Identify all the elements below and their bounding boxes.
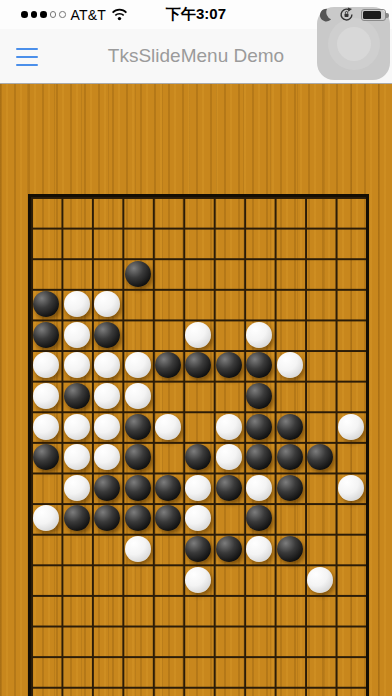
white-stone [307, 567, 333, 593]
white-stone [64, 291, 90, 317]
board-cell[interactable] [275, 228, 305, 259]
app-screen: TksSlideMenu Demo AT&T 下午3:07 [0, 0, 392, 696]
board-cell[interactable] [336, 626, 366, 657]
white-stone [64, 444, 90, 470]
board-cell[interactable] [305, 472, 335, 503]
board-cell[interactable] [122, 564, 152, 595]
board-cell[interactable] [183, 472, 213, 503]
board-cell[interactable] [122, 503, 152, 534]
board-cell[interactable] [305, 626, 335, 657]
board-cell[interactable] [275, 442, 305, 473]
board-cell[interactable] [122, 687, 152, 696]
board-cell[interactable] [305, 503, 335, 534]
black-stone [125, 261, 151, 287]
board-cell[interactable] [31, 534, 61, 565]
board-cell[interactable] [305, 228, 335, 259]
board-cell[interactable] [305, 381, 335, 412]
board-cell[interactable] [122, 472, 152, 503]
board-cell[interactable] [153, 381, 183, 412]
board-cell[interactable] [92, 411, 122, 442]
black-stone [125, 475, 151, 501]
board-cell[interactable] [336, 687, 366, 696]
board-cell[interactable] [214, 197, 244, 228]
board-cell[interactable] [214, 442, 244, 473]
black-stone [185, 536, 211, 562]
board-cell[interactable] [61, 534, 91, 565]
white-stone [94, 444, 120, 470]
board-cell[interactable] [92, 197, 122, 228]
board-cell[interactable] [305, 564, 335, 595]
white-stone [125, 352, 151, 378]
white-stone [216, 444, 242, 470]
board-cell[interactable] [336, 503, 366, 534]
board-cell[interactable] [122, 350, 152, 381]
board-cell[interactable] [214, 626, 244, 657]
board-cell[interactable] [92, 472, 122, 503]
board-cell[interactable] [275, 626, 305, 657]
board-cell[interactable] [92, 626, 122, 657]
board-cell[interactable] [61, 472, 91, 503]
board-cell[interactable] [183, 656, 213, 687]
board-cell[interactable] [61, 258, 91, 289]
white-stone [94, 291, 120, 317]
board-cell[interactable] [305, 687, 335, 696]
board-cell[interactable] [31, 472, 61, 503]
board-cell[interactable] [61, 656, 91, 687]
board-cell[interactable] [275, 319, 305, 350]
board-cell[interactable] [275, 687, 305, 696]
black-stone [155, 505, 181, 531]
board-cell[interactable] [122, 197, 152, 228]
board-cell[interactable] [92, 319, 122, 350]
board-cell[interactable] [153, 472, 183, 503]
board-cell[interactable] [31, 411, 61, 442]
board-cell[interactable] [336, 197, 366, 228]
board-cell[interactable] [31, 656, 61, 687]
board-cell[interactable] [61, 381, 91, 412]
black-stone [33, 322, 59, 348]
board-cell[interactable] [31, 626, 61, 657]
board-cell[interactable] [153, 595, 183, 626]
board-cell[interactable] [61, 503, 91, 534]
board-cell[interactable] [183, 258, 213, 289]
board-cell[interactable] [153, 564, 183, 595]
board-cell[interactable] [275, 381, 305, 412]
board-cell[interactable] [153, 442, 183, 473]
board-cell[interactable] [92, 289, 122, 320]
board-cell[interactable] [122, 381, 152, 412]
board-cell[interactable] [153, 656, 183, 687]
black-stone [307, 444, 333, 470]
board-cell[interactable] [61, 289, 91, 320]
board-cell[interactable] [122, 595, 152, 626]
board-cell[interactable] [336, 534, 366, 565]
game-board [28, 194, 369, 696]
board-cell[interactable] [153, 411, 183, 442]
black-stone [64, 505, 90, 531]
board-cell[interactable] [244, 472, 274, 503]
board-cell[interactable] [122, 626, 152, 657]
white-stone [33, 414, 59, 440]
board-cell[interactable] [214, 534, 244, 565]
board-cell[interactable] [275, 411, 305, 442]
board-cell[interactable] [305, 534, 335, 565]
board-cell[interactable] [244, 411, 274, 442]
board-cell[interactable] [61, 197, 91, 228]
white-stone [64, 414, 90, 440]
board-cell[interactable] [122, 534, 152, 565]
board-cell[interactable] [275, 197, 305, 228]
board-cell[interactable] [244, 442, 274, 473]
board-cell[interactable] [61, 626, 91, 657]
board-cell[interactable] [214, 503, 244, 534]
board-cell[interactable] [214, 656, 244, 687]
board-cell[interactable] [305, 197, 335, 228]
board-cell[interactable] [183, 564, 213, 595]
board-cell[interactable] [214, 381, 244, 412]
board-cell[interactable] [244, 258, 274, 289]
board-cell[interactable] [214, 595, 244, 626]
board-cell[interactable] [92, 258, 122, 289]
board-cell[interactable] [92, 595, 122, 626]
board-cell[interactable] [122, 442, 152, 473]
board-cell[interactable] [244, 534, 274, 565]
black-stone [185, 444, 211, 470]
board-cell[interactable] [153, 350, 183, 381]
black-stone [125, 414, 151, 440]
white-stone [185, 322, 211, 348]
board-cell[interactable] [122, 319, 152, 350]
white-stone [33, 352, 59, 378]
white-stone [33, 505, 59, 531]
white-stone [246, 475, 272, 501]
board-cell[interactable] [275, 656, 305, 687]
board-cell[interactable] [31, 197, 61, 228]
board-cell[interactable] [214, 258, 244, 289]
board-cell[interactable] [275, 350, 305, 381]
board-cell[interactable] [183, 595, 213, 626]
board-cell[interactable] [92, 350, 122, 381]
board-cell[interactable] [31, 228, 61, 259]
white-stone [185, 505, 211, 531]
board-cell[interactable] [336, 319, 366, 350]
board-cell[interactable] [92, 656, 122, 687]
board-cell[interactable] [244, 564, 274, 595]
status-right-group [318, 0, 386, 29]
board-cell[interactable] [336, 656, 366, 687]
board-cell[interactable] [244, 656, 274, 687]
board-cell[interactable] [336, 411, 366, 442]
board-cell[interactable] [275, 289, 305, 320]
board-cell[interactable] [61, 319, 91, 350]
white-stone [94, 414, 120, 440]
board-cell[interactable] [214, 350, 244, 381]
board-cell[interactable] [31, 564, 61, 595]
board-cell[interactable] [153, 289, 183, 320]
board-cell[interactable] [183, 228, 213, 259]
board-cell[interactable] [244, 350, 274, 381]
board-cell[interactable] [336, 595, 366, 626]
black-stone [125, 505, 151, 531]
board-cell[interactable] [244, 197, 274, 228]
board-cell[interactable] [275, 503, 305, 534]
board-cell[interactable] [336, 289, 366, 320]
black-stone [277, 536, 303, 562]
board-cell[interactable] [61, 595, 91, 626]
white-stone [277, 352, 303, 378]
board-cell[interactable] [92, 228, 122, 259]
board-cell[interactable] [31, 381, 61, 412]
board-cell[interactable] [183, 626, 213, 657]
board-cell[interactable] [183, 197, 213, 228]
board-cell[interactable] [214, 687, 244, 696]
black-stone [246, 352, 272, 378]
rotation-lock-icon [339, 7, 354, 22]
board-cell[interactable] [183, 350, 213, 381]
board-cell[interactable] [31, 289, 61, 320]
assistive-touch-inner-circle [337, 27, 371, 61]
board-cell[interactable] [183, 381, 213, 412]
board-cell[interactable] [336, 564, 366, 595]
board-cell[interactable] [244, 595, 274, 626]
board-cell[interactable] [61, 687, 91, 696]
white-stone [246, 536, 272, 562]
board-cell[interactable] [275, 258, 305, 289]
board-cell[interactable] [336, 442, 366, 473]
white-stone [125, 383, 151, 409]
board-cell[interactable] [244, 626, 274, 657]
white-stone [185, 567, 211, 593]
white-stone [94, 352, 120, 378]
board-cell[interactable] [61, 350, 91, 381]
board-cell[interactable] [305, 289, 335, 320]
board-cell[interactable] [183, 411, 213, 442]
board-cell[interactable] [244, 289, 274, 320]
board-cell[interactable] [183, 503, 213, 534]
board-cell[interactable] [305, 442, 335, 473]
board-cell[interactable] [214, 289, 244, 320]
black-stone [33, 291, 59, 317]
black-stone [185, 352, 211, 378]
board-cell[interactable] [275, 534, 305, 565]
board-cell[interactable] [92, 687, 122, 696]
black-stone [216, 536, 242, 562]
board-cell[interactable] [183, 442, 213, 473]
black-stone [94, 505, 120, 531]
board-cell[interactable] [183, 289, 213, 320]
board-cell[interactable] [92, 534, 122, 565]
white-stone [125, 536, 151, 562]
black-stone [277, 475, 303, 501]
board-cell[interactable] [275, 595, 305, 626]
white-stone [216, 414, 242, 440]
board-cell[interactable] [244, 503, 274, 534]
white-stone [338, 475, 364, 501]
black-stone [94, 475, 120, 501]
black-stone [64, 383, 90, 409]
board-cell[interactable] [31, 319, 61, 350]
board-cell[interactable] [214, 319, 244, 350]
black-stone [155, 352, 181, 378]
board-grid [31, 197, 366, 696]
board-cell[interactable] [122, 656, 152, 687]
board-cell[interactable] [153, 534, 183, 565]
board-cell[interactable] [92, 564, 122, 595]
black-stone [216, 475, 242, 501]
board-cell[interactable] [153, 319, 183, 350]
board-cell[interactable] [244, 687, 274, 696]
board-cell[interactable] [214, 228, 244, 259]
board-cell[interactable] [183, 687, 213, 696]
black-stone [94, 322, 120, 348]
black-stone [125, 444, 151, 470]
board-cell[interactable] [31, 503, 61, 534]
moon-icon [318, 8, 332, 22]
board-cell[interactable] [61, 411, 91, 442]
board-cell[interactable] [122, 258, 152, 289]
white-stone [338, 414, 364, 440]
board-cell[interactable] [92, 381, 122, 412]
board-cell[interactable] [336, 472, 366, 503]
board-cell[interactable] [214, 564, 244, 595]
black-stone [246, 414, 272, 440]
white-stone [94, 383, 120, 409]
board-cell[interactable] [244, 228, 274, 259]
board-cell[interactable] [61, 564, 91, 595]
board-cell[interactable] [122, 289, 152, 320]
board-cell[interactable] [92, 503, 122, 534]
board-cell[interactable] [183, 319, 213, 350]
board-cell[interactable] [244, 319, 274, 350]
board-cell[interactable] [31, 687, 61, 696]
black-stone [216, 352, 242, 378]
board-cell[interactable] [153, 626, 183, 657]
board-cell[interactable] [336, 228, 366, 259]
board-cell[interactable] [153, 503, 183, 534]
board-cell[interactable] [275, 564, 305, 595]
board-cell[interactable] [31, 258, 61, 289]
white-stone [64, 352, 90, 378]
board-cell[interactable] [183, 534, 213, 565]
white-stone [155, 414, 181, 440]
board-cell[interactable] [153, 258, 183, 289]
board-cell[interactable] [214, 411, 244, 442]
black-stone [246, 383, 272, 409]
board-cell[interactable] [153, 687, 183, 696]
white-stone [64, 322, 90, 348]
board-cell[interactable] [31, 350, 61, 381]
black-stone [246, 444, 272, 470]
board-cell[interactable] [61, 442, 91, 473]
board-cell[interactable] [153, 228, 183, 259]
board-cell[interactable] [61, 228, 91, 259]
board-cell[interactable] [336, 258, 366, 289]
board-cell[interactable] [214, 472, 244, 503]
board-cell[interactable] [275, 472, 305, 503]
board-cell[interactable] [305, 350, 335, 381]
board-cell[interactable] [31, 595, 61, 626]
black-stone [277, 414, 303, 440]
black-stone [33, 444, 59, 470]
wooden-board-background [0, 83, 392, 696]
white-stone [185, 475, 211, 501]
board-cell[interactable] [305, 595, 335, 626]
board-cell[interactable] [153, 197, 183, 228]
board-cell[interactable] [31, 442, 61, 473]
white-stone [33, 383, 59, 409]
board-cell[interactable] [122, 411, 152, 442]
black-stone [277, 444, 303, 470]
board-cell[interactable] [92, 442, 122, 473]
board-cell[interactable] [305, 411, 335, 442]
black-stone [246, 505, 272, 531]
board-cell[interactable] [336, 381, 366, 412]
battery-icon [361, 9, 386, 21]
white-stone [246, 322, 272, 348]
board-cell[interactable] [305, 258, 335, 289]
board-cell[interactable] [305, 319, 335, 350]
board-cell[interactable] [305, 656, 335, 687]
board-cell[interactable] [122, 228, 152, 259]
white-stone [64, 475, 90, 501]
black-stone [155, 475, 181, 501]
board-cell[interactable] [244, 381, 274, 412]
board-cell[interactable] [336, 350, 366, 381]
